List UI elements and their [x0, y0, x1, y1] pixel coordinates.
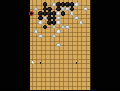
white-stone: [56, 29, 61, 34]
black-stone: [61, 11, 66, 16]
grid-line-horizontal: [30, 68, 90, 69]
grid-line-horizontal: [30, 72, 90, 73]
white-stone: [74, 2, 79, 7]
white-stone: [74, 16, 79, 21]
grid-line-horizontal: [30, 27, 90, 28]
go-board[interactable]: [30, 0, 90, 90]
grid-line-horizontal: [30, 81, 90, 82]
grid-line-horizontal: [30, 54, 90, 55]
letterbox-left: [0, 0, 30, 90]
white-stone: [79, 20, 84, 25]
white-stone: [70, 11, 75, 16]
black-stone: [43, 25, 48, 30]
star-point: [40, 62, 42, 64]
star-point: [76, 62, 78, 64]
grid-line-horizontal: [30, 86, 90, 87]
white-stone: [38, 34, 43, 39]
white-stone: [56, 20, 61, 25]
white-stone: [56, 43, 61, 48]
white-stone: [52, 25, 57, 30]
white-stone: [38, 20, 43, 25]
letterbox-right: [90, 0, 120, 90]
white-stone: [65, 25, 70, 30]
grid-line-horizontal: [30, 77, 90, 78]
grid-line-horizontal: [30, 90, 90, 91]
grid-line-horizontal: [30, 41, 90, 42]
white-stone: [34, 7, 39, 12]
white-stone: [52, 34, 57, 39]
marked-black-stone: [29, 11, 34, 16]
grid-line-horizontal: [30, 59, 90, 60]
video-frame: [0, 0, 120, 90]
white-stone: [83, 7, 88, 12]
grid-line-horizontal: [30, 50, 90, 51]
white-stone: [34, 29, 39, 34]
